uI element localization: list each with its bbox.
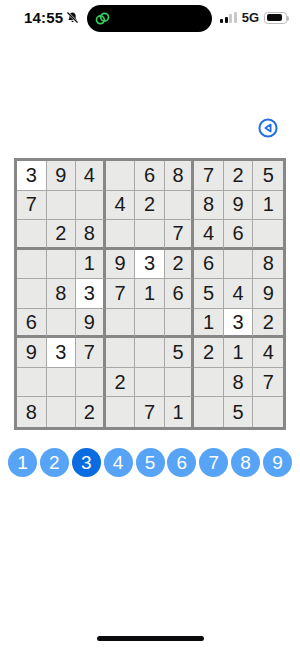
- sudoku-cell-r7c9[interactable]: 4: [253, 338, 283, 368]
- numpad-button-9[interactable]: 9: [263, 448, 292, 477]
- sudoku-cell-r9c6[interactable]: 1: [165, 397, 195, 427]
- sudoku-cell-r8c8[interactable]: 8: [224, 368, 254, 398]
- battery-icon: [264, 12, 287, 24]
- bell-slash-icon: [66, 11, 79, 24]
- sudoku-cell-r2c7[interactable]: 8: [194, 191, 224, 221]
- sudoku-cell-r4c2[interactable]: [47, 250, 77, 280]
- undo-button[interactable]: [257, 117, 279, 139]
- sudoku-cell-r5c3[interactable]: 3: [76, 279, 106, 309]
- sudoku-cell-r6c9[interactable]: 2: [253, 309, 283, 339]
- sudoku-cell-r3c8[interactable]: 6: [224, 220, 254, 250]
- sudoku-cell-r1c3[interactable]: 4: [76, 161, 106, 191]
- sudoku-cell-r9c8[interactable]: 5: [224, 397, 254, 427]
- signal-strength-icon: [220, 12, 237, 23]
- numpad-button-2[interactable]: 2: [40, 448, 69, 477]
- sudoku-cell-r6c6[interactable]: [165, 309, 195, 339]
- sudoku-cell-r5c1[interactable]: [17, 279, 47, 309]
- sudoku-cell-r6c4[interactable]: [106, 309, 136, 339]
- sudoku-cell-r9c9[interactable]: [253, 397, 283, 427]
- sudoku-cell-r5c7[interactable]: 5: [194, 279, 224, 309]
- sudoku-app-screen: 14:55 5G 394687257428912874619: [0, 0, 300, 650]
- dynamic-island[interactable]: [87, 5, 212, 32]
- sudoku-cell-r6c8[interactable]: 3: [224, 309, 254, 339]
- sudoku-cell-r8c7[interactable]: [194, 368, 224, 398]
- sudoku-cell-r4c1[interactable]: [17, 250, 47, 280]
- sudoku-cell-r7c3[interactable]: 7: [76, 338, 106, 368]
- sudoku-cell-r2c6[interactable]: [165, 191, 195, 221]
- sudoku-cell-r1c6[interactable]: 8: [165, 161, 195, 191]
- sudoku-cell-r5c4[interactable]: 7: [106, 279, 136, 309]
- sudoku-cell-r7c4[interactable]: [106, 338, 136, 368]
- sudoku-cell-r5c2[interactable]: 8: [47, 279, 77, 309]
- sudoku-cell-r1c8[interactable]: 2: [224, 161, 254, 191]
- sudoku-cell-r5c8[interactable]: 4: [224, 279, 254, 309]
- sudoku-cell-r1c1[interactable]: 3: [17, 161, 47, 191]
- sudoku-cell-r2c8[interactable]: 9: [224, 191, 254, 221]
- hotspot-link-icon: [94, 10, 111, 27]
- sudoku-board: 3946872574289128746193268837165496913293…: [14, 158, 286, 430]
- sudoku-cell-r3c1[interactable]: [17, 220, 47, 250]
- sudoku-cell-r6c7[interactable]: 1: [194, 309, 224, 339]
- undo-icon: [257, 117, 279, 139]
- sudoku-cell-r2c1[interactable]: 7: [17, 191, 47, 221]
- sudoku-cell-r6c2[interactable]: [47, 309, 77, 339]
- numpad-button-8[interactable]: 8: [231, 448, 260, 477]
- sudoku-cell-r3c3[interactable]: 8: [76, 220, 106, 250]
- number-pad: 123456789: [8, 447, 292, 477]
- sudoku-cell-r7c5[interactable]: [135, 338, 165, 368]
- numpad-button-3[interactable]: 3: [72, 448, 101, 477]
- sudoku-cell-r9c1[interactable]: 8: [17, 397, 47, 427]
- sudoku-cell-r1c4[interactable]: [106, 161, 136, 191]
- sudoku-cell-r6c3[interactable]: 9: [76, 309, 106, 339]
- sudoku-cell-r4c7[interactable]: 6: [194, 250, 224, 280]
- sudoku-cell-r4c3[interactable]: 1: [76, 250, 106, 280]
- sudoku-cell-r6c5[interactable]: [135, 309, 165, 339]
- sudoku-cell-r8c5[interactable]: [135, 368, 165, 398]
- sudoku-cell-r3c6[interactable]: 7: [165, 220, 195, 250]
- sudoku-cell-r1c2[interactable]: 9: [47, 161, 77, 191]
- sudoku-cell-r8c9[interactable]: 7: [253, 368, 283, 398]
- sudoku-cell-r2c3[interactable]: [76, 191, 106, 221]
- sudoku-cell-r2c9[interactable]: 1: [253, 191, 283, 221]
- sudoku-cell-r9c3[interactable]: 2: [76, 397, 106, 427]
- sudoku-cell-r9c7[interactable]: [194, 397, 224, 427]
- sudoku-cell-r7c1[interactable]: 9: [17, 338, 47, 368]
- sudoku-cell-r4c4[interactable]: 9: [106, 250, 136, 280]
- status-bar-right: 5G: [220, 10, 287, 25]
- sudoku-cell-r3c4[interactable]: [106, 220, 136, 250]
- sudoku-cell-r8c6[interactable]: [165, 368, 195, 398]
- sudoku-cell-r3c9[interactable]: [253, 220, 283, 250]
- sudoku-cell-r4c9[interactable]: 8: [253, 250, 283, 280]
- network-type-label: 5G: [242, 10, 259, 25]
- sudoku-cell-r7c8[interactable]: 1: [224, 338, 254, 368]
- sudoku-cell-r9c4[interactable]: [106, 397, 136, 427]
- sudoku-cell-r7c7[interactable]: 2: [194, 338, 224, 368]
- sudoku-cell-r6c1[interactable]: 6: [17, 309, 47, 339]
- sudoku-cell-r4c5[interactable]: 3: [135, 250, 165, 280]
- sudoku-cell-r8c4[interactable]: 2: [106, 368, 136, 398]
- sudoku-cell-r5c9[interactable]: 9: [253, 279, 283, 309]
- sudoku-cell-r8c2[interactable]: [47, 368, 77, 398]
- sudoku-cell-r3c5[interactable]: [135, 220, 165, 250]
- sudoku-cell-r9c5[interactable]: 7: [135, 397, 165, 427]
- sudoku-cell-r8c1[interactable]: [17, 368, 47, 398]
- numpad-button-4[interactable]: 4: [104, 448, 133, 477]
- sudoku-cell-r3c2[interactable]: 2: [47, 220, 77, 250]
- sudoku-cell-r8c3[interactable]: [76, 368, 106, 398]
- sudoku-cell-r4c6[interactable]: 2: [165, 250, 195, 280]
- numpad-button-6[interactable]: 6: [167, 448, 196, 477]
- sudoku-cell-r9c2[interactable]: [47, 397, 77, 427]
- status-bar-left: 14:55: [24, 9, 79, 26]
- sudoku-cell-r1c9[interactable]: 5: [253, 161, 283, 191]
- sudoku-cell-r1c7[interactable]: 7: [194, 161, 224, 191]
- sudoku-cell-r2c5[interactable]: 2: [135, 191, 165, 221]
- sudoku-cell-r1c5[interactable]: 6: [135, 161, 165, 191]
- numpad-button-1[interactable]: 1: [8, 448, 37, 477]
- home-indicator[interactable]: [97, 636, 204, 641]
- clock-time: 14:55: [24, 9, 63, 26]
- sudoku-cell-r7c6[interactable]: 5: [165, 338, 195, 368]
- sudoku-cell-r3c7[interactable]: 4: [194, 220, 224, 250]
- sudoku-cell-r5c5[interactable]: 1: [135, 279, 165, 309]
- sudoku-cell-r4c8[interactable]: [224, 250, 254, 280]
- numpad-button-7[interactable]: 7: [199, 448, 228, 477]
- status-bar: 14:55 5G: [0, 0, 300, 38]
- sudoku-cell-r7c2[interactable]: 3: [47, 338, 77, 368]
- sudoku-cell-r5c6[interactable]: 6: [165, 279, 195, 309]
- sudoku-cell-r2c2[interactable]: [47, 191, 77, 221]
- sudoku-cell-r2c4[interactable]: 4: [106, 191, 136, 221]
- numpad-button-5[interactable]: 5: [136, 448, 165, 477]
